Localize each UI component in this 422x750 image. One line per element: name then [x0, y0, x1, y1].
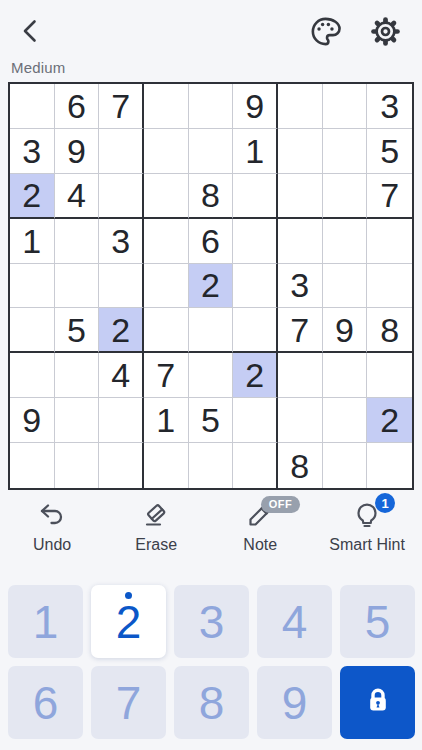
cell-r7c9[interactable]	[367, 353, 412, 398]
numpad-button-1[interactable]: 1	[8, 585, 83, 658]
numpad-digit-label: 9	[282, 680, 308, 726]
numpad-button-8[interactable]: 8	[174, 666, 249, 739]
undo-label: Undo	[33, 536, 71, 554]
numpad-button-7[interactable]: 7	[91, 666, 166, 739]
cell-r6c6[interactable]	[233, 308, 278, 353]
numpad-digit-label: 3	[199, 599, 225, 645]
cell-r8c4[interactable]: 1	[144, 398, 189, 443]
cell-r5c4[interactable]	[144, 264, 189, 309]
cell-r5c3[interactable]	[99, 264, 144, 309]
cell-r9c3[interactable]	[99, 443, 144, 488]
cell-r3c1[interactable]: 2	[10, 174, 55, 219]
undo-arrow-icon	[34, 497, 70, 533]
cell-r4c9[interactable]	[367, 219, 412, 264]
cell-r7c2[interactable]	[55, 353, 100, 398]
difficulty-label: Medium	[11, 59, 66, 76]
cell-r4c8[interactable]	[323, 219, 368, 264]
cell-r4c5[interactable]: 6	[189, 219, 234, 264]
cell-r2c8[interactable]	[323, 129, 368, 174]
padlock-icon	[362, 685, 394, 721]
numpad-digit-label: 8	[199, 680, 225, 726]
numpad-button-2[interactable]: 2	[91, 585, 166, 658]
theme-button[interactable]	[308, 16, 342, 50]
cell-r8c9[interactable]: 2	[367, 398, 412, 443]
cell-r4c7[interactable]	[278, 219, 323, 264]
cell-r2c4[interactable]	[144, 129, 189, 174]
undo-button[interactable]: Undo	[17, 497, 87, 554]
cell-r6c4[interactable]	[144, 308, 189, 353]
erase-button[interactable]: Erase	[121, 497, 191, 554]
note-label: Note	[243, 536, 277, 554]
cell-r9c6[interactable]	[233, 443, 278, 488]
cell-r9c1[interactable]	[10, 443, 55, 488]
cell-r5c2[interactable]	[55, 264, 100, 309]
gear-icon	[369, 15, 402, 52]
numpad-digit-label: 7	[116, 680, 142, 726]
cell-r6c2[interactable]: 5	[55, 308, 100, 353]
cell-r5c9[interactable]	[367, 264, 412, 309]
cell-r3c8[interactable]	[323, 174, 368, 219]
cell-r5c1[interactable]	[10, 264, 55, 309]
note-off-badge: OFF	[261, 496, 301, 513]
cell-r8c1[interactable]: 9	[10, 398, 55, 443]
toolbar: Undo Erase OFF Note	[0, 497, 422, 554]
cell-r8c7[interactable]	[278, 398, 323, 443]
cell-r3c2[interactable]: 4	[55, 174, 100, 219]
cell-r5c5[interactable]: 2	[189, 264, 234, 309]
numpad-digit-label: 4	[282, 599, 308, 645]
cell-r7c1[interactable]	[10, 353, 55, 398]
chevron-left-icon	[18, 18, 44, 48]
back-button[interactable]	[14, 16, 48, 50]
cell-r6c8[interactable]: 9	[323, 308, 368, 353]
cell-r1c6[interactable]: 9	[233, 84, 278, 129]
numpad-digit-label: 2	[116, 599, 142, 645]
cell-r2c7[interactable]	[278, 129, 323, 174]
cell-r7c7[interactable]	[278, 353, 323, 398]
sudoku-board: 679339152487136235279847291528	[8, 82, 414, 490]
pencil-icon: OFF	[242, 497, 278, 533]
erase-label: Erase	[135, 536, 177, 554]
cell-r9c4[interactable]	[144, 443, 189, 488]
cell-r7c8[interactable]	[323, 353, 368, 398]
lightbulb-icon: 1	[349, 497, 385, 533]
cell-r1c1[interactable]	[10, 84, 55, 129]
cell-r7c3[interactable]: 4	[99, 353, 144, 398]
numpad-button-5[interactable]: 5	[340, 585, 415, 658]
cell-r1c7[interactable]	[278, 84, 323, 129]
cell-r6c9[interactable]: 8	[367, 308, 412, 353]
cell-r9c2[interactable]	[55, 443, 100, 488]
cell-r1c2[interactable]: 6	[55, 84, 100, 129]
cell-r1c9[interactable]: 3	[367, 84, 412, 129]
cell-r6c7[interactable]: 7	[278, 308, 323, 353]
cell-r2c6[interactable]: 1	[233, 129, 278, 174]
cell-r2c9[interactable]: 5	[367, 129, 412, 174]
cell-r1c5[interactable]	[189, 84, 234, 129]
cell-r8c8[interactable]	[323, 398, 368, 443]
cell-r3c4[interactable]	[144, 174, 189, 219]
eraser-icon	[138, 497, 174, 533]
numpad-digit-label: 1	[33, 599, 59, 645]
numpad-button-9[interactable]: 9	[257, 666, 332, 739]
settings-button[interactable]	[368, 16, 402, 50]
cell-r9c8[interactable]	[323, 443, 368, 488]
cell-r7c6[interactable]: 2	[233, 353, 278, 398]
lock-button[interactable]	[340, 666, 415, 739]
cell-r2c1[interactable]: 3	[10, 129, 55, 174]
smart-hint-label: Smart Hint	[329, 536, 405, 554]
numpad-digit-label: 6	[33, 680, 59, 726]
cell-r3c3[interactable]	[99, 174, 144, 219]
hint-count-badge: 1	[375, 493, 395, 513]
cell-r6c5[interactable]	[189, 308, 234, 353]
cell-r3c5[interactable]: 8	[189, 174, 234, 219]
numpad-button-6[interactable]: 6	[8, 666, 83, 739]
cell-r1c3[interactable]: 7	[99, 84, 144, 129]
numpad: 123456789	[8, 585, 415, 739]
cell-r4c1[interactable]: 1	[10, 219, 55, 264]
note-button[interactable]: OFF Note	[225, 497, 295, 554]
cell-r4c2[interactable]	[55, 219, 100, 264]
cell-r1c8[interactable]	[323, 84, 368, 129]
cell-r4c4[interactable]	[144, 219, 189, 264]
cell-r8c3[interactable]	[99, 398, 144, 443]
cell-r9c9[interactable]	[367, 443, 412, 488]
palette-icon	[309, 15, 342, 52]
cell-r5c6[interactable]	[233, 264, 278, 309]
cell-r3c9[interactable]: 7	[367, 174, 412, 219]
cell-r6c1[interactable]	[10, 308, 55, 353]
cell-r2c2[interactable]: 9	[55, 129, 100, 174]
numpad-button-4[interactable]: 4	[257, 585, 332, 658]
cell-r4c3[interactable]: 3	[99, 219, 144, 264]
cell-r5c8[interactable]	[323, 264, 368, 309]
cell-r9c7[interactable]: 8	[278, 443, 323, 488]
selected-digit-dot	[125, 592, 132, 599]
cell-r8c5[interactable]: 5	[189, 398, 234, 443]
numpad-digit-label: 5	[365, 599, 391, 645]
cell-r3c6[interactable]	[233, 174, 278, 219]
cell-r6c3[interactable]: 2	[99, 308, 144, 353]
cell-r1c4[interactable]	[144, 84, 189, 129]
cell-r8c6[interactable]	[233, 398, 278, 443]
cell-r5c7[interactable]: 3	[278, 264, 323, 309]
smart-hint-button[interactable]: 1 Smart Hint	[329, 497, 405, 554]
numpad-button-3[interactable]: 3	[174, 585, 249, 658]
cell-r7c4[interactable]: 7	[144, 353, 189, 398]
cell-r9c5[interactable]	[189, 443, 234, 488]
cell-r2c5[interactable]	[189, 129, 234, 174]
cell-r7c5[interactable]	[189, 353, 234, 398]
cell-r3c7[interactable]	[278, 174, 323, 219]
cell-r4c6[interactable]	[233, 219, 278, 264]
cell-r8c2[interactable]	[55, 398, 100, 443]
cell-r2c3[interactable]	[99, 129, 144, 174]
